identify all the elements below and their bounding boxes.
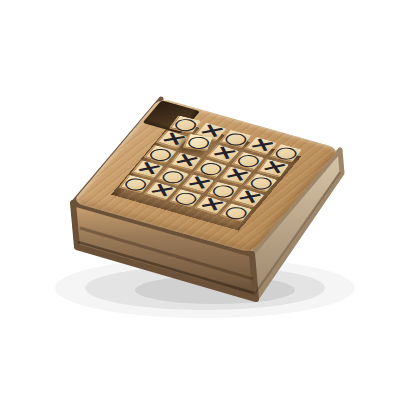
block-r2-c2-O[interactable]: ○: [183, 134, 213, 152]
nought-symbol: ○: [185, 132, 214, 151]
tictactoe-grid: ○×○×○×○×○×○×○×○×○×○×○×○×○: [116, 114, 306, 224]
